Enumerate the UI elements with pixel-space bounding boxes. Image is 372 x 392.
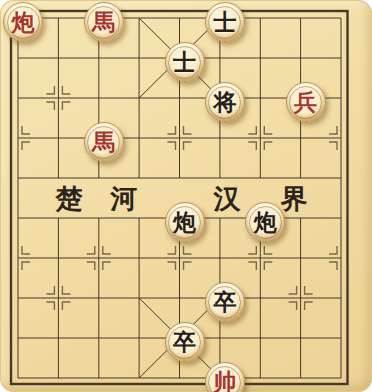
xiangqi-game-screen: 楚 河 汉 界 炮馬士士将兵馬炮炮卒卒帅 xyxy=(0,0,372,392)
piece-character: 馬 xyxy=(92,10,115,33)
piece-black-soldier[interactable]: 卒 xyxy=(205,282,245,322)
piece-black-general[interactable]: 将 xyxy=(205,82,245,122)
piece-black-advisor[interactable]: 士 xyxy=(165,42,205,82)
piece-character: 卒 xyxy=(173,330,196,353)
piece-black-cannon[interactable]: 炮 xyxy=(245,202,285,242)
piece-character: 将 xyxy=(213,90,236,113)
piece-red-horse[interactable]: 馬 xyxy=(84,2,124,42)
piece-character: 卒 xyxy=(213,290,236,313)
piece-character: 士 xyxy=(213,10,236,33)
piece-black-advisor[interactable]: 士 xyxy=(205,2,245,42)
piece-black-soldier[interactable]: 卒 xyxy=(165,322,205,362)
piece-character: 炮 xyxy=(12,10,35,33)
piece-character: 馬 xyxy=(92,130,115,153)
piece-red-cannon[interactable]: 炮 xyxy=(3,2,43,42)
piece-black-cannon[interactable]: 炮 xyxy=(165,202,205,242)
piece-character: 兵 xyxy=(294,90,317,113)
piece-character: 炮 xyxy=(173,210,196,233)
piece-character: 帅 xyxy=(213,370,236,392)
piece-red-general[interactable]: 帅 xyxy=(205,362,245,392)
piece-red-soldier[interactable]: 兵 xyxy=(286,82,326,122)
piece-character: 炮 xyxy=(254,210,277,233)
piece-red-horse[interactable]: 馬 xyxy=(84,122,124,162)
pieces-layer: 炮馬士士将兵馬炮炮卒卒帅 xyxy=(0,0,372,392)
piece-character: 士 xyxy=(173,50,196,73)
